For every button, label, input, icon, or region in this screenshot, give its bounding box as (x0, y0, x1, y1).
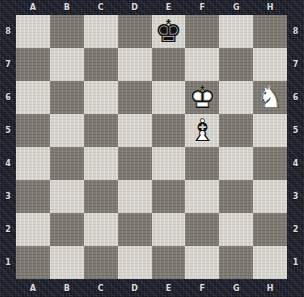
square-d3[interactable] (118, 180, 152, 213)
square-e4[interactable] (152, 147, 186, 180)
square-c4[interactable] (84, 147, 118, 180)
square-e7[interactable] (152, 48, 186, 81)
rank-label-2: 2 (287, 213, 304, 246)
square-e2[interactable] (152, 213, 186, 246)
square-c7[interactable] (84, 48, 118, 81)
square-f3[interactable] (185, 180, 219, 213)
square-f2[interactable] (185, 213, 219, 246)
rank-label-5: 5 (0, 114, 16, 147)
square-e3[interactable] (152, 180, 186, 213)
square-a1[interactable] (16, 246, 50, 279)
square-a2[interactable] (16, 213, 50, 246)
square-c8[interactable] (84, 15, 118, 48)
square-b2[interactable] (50, 213, 84, 246)
rank-label-6: 6 (0, 81, 16, 114)
square-a6[interactable] (16, 81, 50, 114)
square-d1[interactable] (118, 246, 152, 279)
rank-label-8: 8 (287, 15, 304, 48)
rank-label-6: 6 (287, 81, 304, 114)
square-f8[interactable] (185, 15, 219, 48)
square-b7[interactable] (50, 48, 84, 81)
rank-label-3: 3 (0, 180, 16, 213)
white-knight[interactable]: ♞♘ (253, 81, 287, 114)
file-label-g: G (219, 279, 253, 297)
square-f4[interactable] (185, 147, 219, 180)
square-f1[interactable] (185, 246, 219, 279)
file-label-c: C (84, 0, 118, 15)
square-g8[interactable] (219, 15, 253, 48)
square-d2[interactable] (118, 213, 152, 246)
file-labels-bottom: A B C D E F G H (16, 279, 287, 297)
square-h5[interactable] (253, 114, 287, 147)
square-g6[interactable] (219, 81, 253, 114)
rank-label-1: 1 (0, 246, 16, 279)
square-f5[interactable]: ♝♗ (185, 114, 219, 147)
rank-label-8: 8 (0, 15, 16, 48)
square-h4[interactable] (253, 147, 287, 180)
rank-label-1: 1 (287, 246, 304, 279)
square-c3[interactable] (84, 180, 118, 213)
square-a8[interactable] (16, 15, 50, 48)
rank-labels-left: 8 7 6 5 4 3 2 1 (0, 15, 16, 279)
square-e6[interactable] (152, 81, 186, 114)
square-h7[interactable] (253, 48, 287, 81)
square-h1[interactable] (253, 246, 287, 279)
square-g2[interactable] (219, 213, 253, 246)
square-b4[interactable] (50, 147, 84, 180)
square-d5[interactable] (118, 114, 152, 147)
square-c5[interactable] (84, 114, 118, 147)
file-label-a: A (16, 0, 50, 15)
square-d4[interactable] (118, 147, 152, 180)
rank-label-3: 3 (287, 180, 304, 213)
square-b6[interactable] (50, 81, 84, 114)
square-h2[interactable] (253, 213, 287, 246)
file-label-g: G (219, 0, 253, 15)
file-label-h: H (253, 0, 287, 15)
square-g7[interactable] (219, 48, 253, 81)
rank-label-7: 7 (0, 48, 16, 81)
square-g1[interactable] (219, 246, 253, 279)
black-king[interactable]: ♚ (152, 15, 186, 48)
square-g3[interactable] (219, 180, 253, 213)
file-label-a: A (16, 279, 50, 297)
square-b1[interactable] (50, 246, 84, 279)
file-label-d: D (118, 0, 152, 15)
square-a5[interactable] (16, 114, 50, 147)
square-h8[interactable] (253, 15, 287, 48)
white-bishop[interactable]: ♝♗ (185, 114, 219, 147)
square-f7[interactable] (185, 48, 219, 81)
file-labels-top: A B C D E F G H (16, 0, 287, 15)
square-a4[interactable] (16, 147, 50, 180)
square-d8[interactable] (118, 15, 152, 48)
square-c2[interactable] (84, 213, 118, 246)
square-d6[interactable] (118, 81, 152, 114)
file-label-f: F (185, 279, 219, 297)
file-label-c: C (84, 279, 118, 297)
square-b8[interactable] (50, 15, 84, 48)
rank-labels-right: 8 7 6 5 4 3 2 1 (287, 15, 304, 279)
file-label-d: D (118, 279, 152, 297)
square-e5[interactable] (152, 114, 186, 147)
square-e1[interactable] (152, 246, 186, 279)
square-c6[interactable] (84, 81, 118, 114)
file-label-b: B (50, 0, 84, 15)
rank-label-5: 5 (287, 114, 304, 147)
square-h6[interactable]: ♞♘ (253, 81, 287, 114)
square-b5[interactable] (50, 114, 84, 147)
square-c1[interactable] (84, 246, 118, 279)
file-label-f: F (185, 0, 219, 15)
square-g5[interactable] (219, 114, 253, 147)
file-label-e: E (152, 279, 186, 297)
square-d7[interactable] (118, 48, 152, 81)
white-king[interactable]: ♚♔ (185, 81, 219, 114)
square-a3[interactable] (16, 180, 50, 213)
file-label-b: B (50, 279, 84, 297)
chessboard-frame: A B C D E F G H 8 7 6 5 4 3 2 1 ♚♚♔♞♘♝♗ … (0, 0, 304, 297)
board: ♚♚♔♞♘♝♗ (16, 15, 287, 279)
rank-label-2: 2 (0, 213, 16, 246)
square-e8[interactable]: ♚ (152, 15, 186, 48)
square-a7[interactable] (16, 48, 50, 81)
square-b3[interactable] (50, 180, 84, 213)
rank-label-4: 4 (287, 147, 304, 180)
rank-label-4: 4 (0, 147, 16, 180)
file-label-h: H (253, 279, 287, 297)
square-h3[interactable] (253, 180, 287, 213)
rank-label-7: 7 (287, 48, 304, 81)
square-f6[interactable]: ♚♔ (185, 81, 219, 114)
square-g4[interactable] (219, 147, 253, 180)
